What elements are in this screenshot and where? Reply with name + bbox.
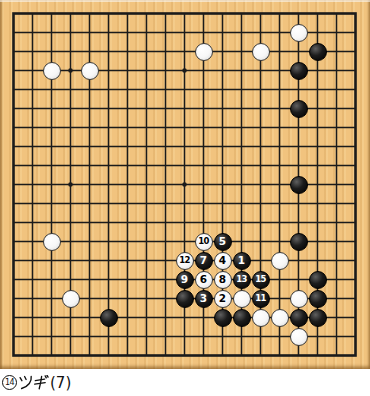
stone-black: [290, 309, 308, 327]
stone-white: [233, 290, 251, 308]
stone-black: 5: [214, 233, 232, 251]
stone-black: 13: [233, 271, 251, 289]
stone-black: 9: [176, 271, 194, 289]
stone-move-number: 6: [200, 274, 207, 285]
stone-white: [290, 24, 308, 42]
stone-white: 12: [176, 252, 194, 270]
stone-move-number: 5: [219, 236, 226, 247]
stone-white: [252, 43, 270, 61]
stone-black: [290, 233, 308, 251]
stone-black: 7: [195, 252, 213, 270]
stone-black: [214, 309, 232, 327]
stone-white: 2: [214, 290, 232, 308]
stone-white: [43, 233, 61, 251]
stone-white: [271, 309, 289, 327]
caption-kana-tsu-glyph: [18, 375, 33, 390]
stone-white: 8: [214, 271, 232, 289]
go-board: 1051274196813153211: [0, 0, 370, 369]
stone-black: [100, 309, 118, 327]
stone-black: [309, 309, 327, 327]
caption-circled-move-number: 14: [2, 375, 17, 390]
stone-move-number: 1: [238, 255, 245, 266]
stone-move-number: 11: [255, 294, 266, 303]
stone-black: 1: [233, 252, 251, 270]
stone-white: 4: [214, 252, 232, 270]
stone-white: [43, 62, 61, 80]
stone-move-number: 13: [236, 275, 247, 284]
stone-move-number: 2: [219, 293, 226, 304]
stone-black: [290, 100, 308, 118]
stone-black: [176, 290, 194, 308]
stone-black: [233, 309, 251, 327]
stone-black: [309, 271, 327, 289]
stone-move-number: 4: [219, 255, 226, 266]
stones-grid: 1051274196813153211: [4, 4, 365, 365]
stone-white: 6: [195, 271, 213, 289]
stone-move-number: 10: [198, 237, 209, 246]
stone-white: [290, 328, 308, 346]
stone-white: [195, 43, 213, 61]
stone-black: 15: [252, 271, 270, 289]
stone-move-number: 3: [200, 293, 207, 304]
stone-move-number: 15: [255, 275, 266, 284]
stone-black: [290, 62, 308, 80]
stone-white: [81, 62, 99, 80]
stone-white: [62, 290, 80, 308]
stone-move-number: 8: [219, 274, 226, 285]
move-caption: 14 (7): [0, 369, 370, 396]
stone-black: 11: [252, 290, 270, 308]
stone-black: [309, 290, 327, 308]
caption-paren-text: (7): [50, 374, 71, 392]
stone-white: [252, 309, 270, 327]
caption-kana-gi-glyph: [33, 375, 49, 390]
stone-white: [290, 290, 308, 308]
stone-black: [290, 176, 308, 194]
stone-black: 3: [195, 290, 213, 308]
stone-move-number: 7: [200, 255, 207, 266]
stone-black: [309, 43, 327, 61]
stone-white: [271, 252, 289, 270]
stone-white: 10: [195, 233, 213, 251]
stone-move-number: 9: [181, 274, 188, 285]
stone-move-number: 12: [179, 256, 190, 265]
